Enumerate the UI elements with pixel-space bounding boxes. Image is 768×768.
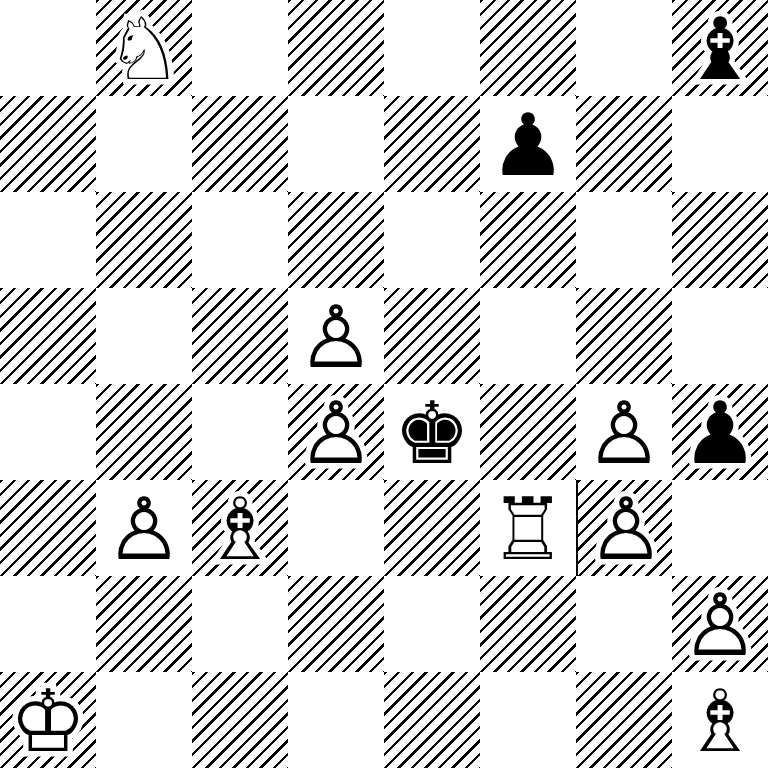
square-e3[interactable] <box>384 480 480 576</box>
square-g1[interactable] <box>576 672 672 768</box>
square-d5[interactable]: ♟♙ <box>288 288 384 384</box>
square-f3[interactable]: ♜♖ <box>480 480 576 576</box>
white-pawn-glyph: ♙ <box>578 480 674 576</box>
square-e7[interactable] <box>384 96 480 192</box>
piece-black-pawn: ♟♟ <box>672 384 768 480</box>
white-pawn-glyph: ♙ <box>96 480 192 576</box>
square-a4[interactable] <box>0 384 96 480</box>
square-g3[interactable]: ♟♙ <box>576 480 672 576</box>
square-d1[interactable] <box>288 672 384 768</box>
square-d2[interactable] <box>288 576 384 672</box>
square-b8[interactable]: ♞♘ <box>96 0 192 96</box>
square-d6[interactable] <box>288 192 384 288</box>
piece-black-pawn: ♟♟ <box>480 96 576 192</box>
square-b2[interactable] <box>96 576 192 672</box>
square-e6[interactable] <box>384 192 480 288</box>
square-h3[interactable] <box>672 480 768 576</box>
square-g7[interactable] <box>576 96 672 192</box>
square-b1[interactable] <box>96 672 192 768</box>
square-f8[interactable] <box>480 0 576 96</box>
chessboard: ♞♘♝♝♟♟♟♙♟♙♚♚♟♙♟♟♟♙♝♗♜♖♟♙♟♙♚♔♝♗ <box>0 0 768 768</box>
piece-white-rook: ♜♖ <box>480 480 576 576</box>
square-c3[interactable]: ♝♗ <box>192 480 288 576</box>
piece-white-pawn: ♟♙ <box>288 288 384 384</box>
black-pawn-glyph: ♟ <box>672 384 768 480</box>
square-a6[interactable] <box>0 192 96 288</box>
square-e5[interactable] <box>384 288 480 384</box>
square-a3[interactable] <box>0 480 96 576</box>
square-b5[interactable] <box>96 288 192 384</box>
white-bishop-glyph: ♗ <box>192 480 288 576</box>
white-pawn-glyph: ♙ <box>288 288 384 384</box>
square-b3[interactable]: ♟♙ <box>96 480 192 576</box>
piece-black-king: ♚♚ <box>384 384 480 480</box>
square-c7[interactable] <box>192 96 288 192</box>
square-h6[interactable] <box>672 192 768 288</box>
square-f6[interactable] <box>480 192 576 288</box>
square-b7[interactable] <box>96 96 192 192</box>
square-g8[interactable] <box>576 0 672 96</box>
white-bishop-glyph: ♗ <box>672 672 768 768</box>
piece-white-king: ♚♔ <box>0 672 96 768</box>
piece-white-pawn: ♟♙ <box>96 480 192 576</box>
white-knight-glyph: ♘ <box>96 0 192 96</box>
square-g5[interactable] <box>576 288 672 384</box>
square-h2[interactable]: ♟♙ <box>672 576 768 672</box>
square-e4[interactable]: ♚♚ <box>384 384 480 480</box>
square-a7[interactable] <box>0 96 96 192</box>
square-g4[interactable]: ♟♙ <box>576 384 672 480</box>
square-b6[interactable] <box>96 192 192 288</box>
square-a5[interactable] <box>0 288 96 384</box>
square-d7[interactable] <box>288 96 384 192</box>
white-pawn-glyph: ♙ <box>576 384 672 480</box>
square-f4[interactable] <box>480 384 576 480</box>
square-e1[interactable] <box>384 672 480 768</box>
square-f1[interactable] <box>480 672 576 768</box>
square-a8[interactable] <box>0 0 96 96</box>
white-pawn-glyph: ♙ <box>672 576 768 672</box>
square-a2[interactable] <box>0 576 96 672</box>
piece-white-pawn: ♟♙ <box>672 576 768 672</box>
square-h1[interactable]: ♝♗ <box>672 672 768 768</box>
piece-white-bishop: ♝♗ <box>192 480 288 576</box>
square-c5[interactable] <box>192 288 288 384</box>
black-pawn-glyph: ♟ <box>480 96 576 192</box>
piece-white-knight: ♞♘ <box>96 0 192 96</box>
square-h4[interactable]: ♟♟ <box>672 384 768 480</box>
square-f7[interactable]: ♟♟ <box>480 96 576 192</box>
square-g2[interactable] <box>576 576 672 672</box>
piece-white-pawn: ♟♙ <box>288 384 384 480</box>
piece-black-bishop: ♝♝ <box>672 0 768 96</box>
square-d8[interactable] <box>288 0 384 96</box>
square-c8[interactable] <box>192 0 288 96</box>
square-f5[interactable] <box>480 288 576 384</box>
black-king-glyph: ♚ <box>384 384 480 480</box>
piece-white-pawn: ♟♙ <box>576 384 672 480</box>
white-pawn-glyph: ♙ <box>288 384 384 480</box>
square-a1[interactable]: ♚♔ <box>0 672 96 768</box>
square-e8[interactable] <box>384 0 480 96</box>
square-c4[interactable] <box>192 384 288 480</box>
white-king-glyph: ♔ <box>0 672 96 768</box>
piece-white-pawn: ♟♙ <box>578 480 672 576</box>
piece-white-bishop: ♝♗ <box>672 672 768 768</box>
black-bishop-glyph: ♝ <box>672 0 768 96</box>
square-h8[interactable]: ♝♝ <box>672 0 768 96</box>
square-g6[interactable] <box>576 192 672 288</box>
square-c6[interactable] <box>192 192 288 288</box>
square-b4[interactable] <box>96 384 192 480</box>
square-h5[interactable] <box>672 288 768 384</box>
square-e2[interactable] <box>384 576 480 672</box>
square-d4[interactable]: ♟♙ <box>288 384 384 480</box>
square-c1[interactable] <box>192 672 288 768</box>
square-f2[interactable] <box>480 576 576 672</box>
white-rook-glyph: ♖ <box>480 480 576 576</box>
square-h7[interactable] <box>672 96 768 192</box>
square-d3[interactable] <box>288 480 384 576</box>
square-c2[interactable] <box>192 576 288 672</box>
